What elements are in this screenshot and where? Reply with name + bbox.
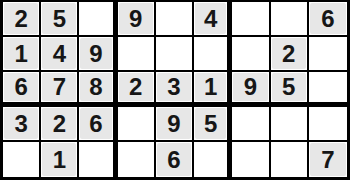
sudoku-cell-given[interactable]: 4 xyxy=(194,2,232,37)
sudoku-cell-empty[interactable] xyxy=(271,107,309,142)
given-number: 7 xyxy=(310,143,346,176)
sudoku-cell-given[interactable]: 2 xyxy=(271,37,309,72)
sudoku-cell-empty[interactable] xyxy=(232,142,270,177)
sudoku-cell-given[interactable]: 1 xyxy=(194,72,232,107)
sudoku-cell-given[interactable]: 5 xyxy=(271,72,309,107)
sudoku-cell-given[interactable]: 9 xyxy=(232,72,270,107)
sudoku-cell-empty[interactable] xyxy=(309,37,347,72)
sudoku-cell-given[interactable]: 1 xyxy=(41,142,79,177)
sudoku-cell-empty[interactable] xyxy=(271,142,309,177)
sudoku-cell-empty[interactable] xyxy=(156,37,194,72)
given-number: 6 xyxy=(80,108,111,139)
sudoku-cell-empty[interactable] xyxy=(232,107,270,142)
sudoku-cell-given[interactable]: 9 xyxy=(156,107,194,142)
sudoku-cell-empty[interactable] xyxy=(232,2,270,37)
given-number: 2 xyxy=(119,73,153,101)
given-number: 3 xyxy=(157,73,191,101)
sudoku-cell-given[interactable]: 2 xyxy=(3,2,41,37)
sudoku-cell-empty[interactable] xyxy=(194,37,232,72)
sudoku-cell-given[interactable]: 6 xyxy=(3,72,41,107)
sudoku-cell-empty[interactable] xyxy=(309,107,347,142)
given-number: 2 xyxy=(42,108,76,139)
sudoku-cell-given[interactable]: 3 xyxy=(156,72,194,107)
sudoku-cell-empty[interactable] xyxy=(79,142,117,177)
sudoku-cell-given[interactable]: 9 xyxy=(79,37,117,72)
given-number: 9 xyxy=(119,3,153,34)
sudoku-cell-empty[interactable] xyxy=(271,2,309,37)
sudoku-cell-given[interactable]: 9 xyxy=(118,2,156,37)
sudoku-cell-empty[interactable] xyxy=(156,2,194,37)
given-number: 9 xyxy=(80,38,111,69)
sudoku-cell-given[interactable]: 2 xyxy=(118,72,156,107)
given-number: 4 xyxy=(195,3,226,34)
given-number: 9 xyxy=(157,108,191,139)
sudoku-cell-given[interactable]: 5 xyxy=(194,107,232,142)
sudoku-cell-empty[interactable] xyxy=(232,37,270,72)
given-number: 5 xyxy=(272,73,306,101)
sudoku-cell-given[interactable]: 1 xyxy=(3,37,41,72)
sudoku-board: 2594614926782319532695167 xyxy=(0,0,350,180)
sudoku-cell-given[interactable]: 3 xyxy=(3,107,41,142)
given-number: 2 xyxy=(272,38,306,69)
sudoku-cell-given[interactable]: 7 xyxy=(41,72,79,107)
given-number: 1 xyxy=(4,38,38,69)
given-number: 6 xyxy=(4,73,38,101)
given-number: 6 xyxy=(310,3,346,34)
given-number: 6 xyxy=(157,143,191,176)
given-number: 7 xyxy=(42,73,76,101)
sudoku-cell-given[interactable]: 2 xyxy=(41,107,79,142)
given-number: 9 xyxy=(233,73,267,101)
sudoku-cell-empty[interactable] xyxy=(118,142,156,177)
sudoku-cell-empty[interactable] xyxy=(118,37,156,72)
sudoku-cell-empty[interactable] xyxy=(118,107,156,142)
given-number: 1 xyxy=(42,143,76,176)
given-number: 3 xyxy=(4,108,38,139)
given-number: 8 xyxy=(80,73,111,101)
sudoku-cell-given[interactable]: 8 xyxy=(79,72,117,107)
sudoku-cell-given[interactable]: 4 xyxy=(41,37,79,72)
sudoku-cell-given[interactable]: 6 xyxy=(79,107,117,142)
sudoku-cell-empty[interactable] xyxy=(3,142,41,177)
sudoku-cell-given[interactable]: 6 xyxy=(156,142,194,177)
given-number: 5 xyxy=(42,3,76,34)
sudoku-cell-empty[interactable] xyxy=(194,142,232,177)
given-number: 2 xyxy=(4,3,38,34)
given-number: 4 xyxy=(42,38,76,69)
given-number: 5 xyxy=(195,108,226,139)
sudoku-cell-empty[interactable] xyxy=(79,2,117,37)
sudoku-cell-given[interactable]: 5 xyxy=(41,2,79,37)
sudoku-cell-given[interactable]: 7 xyxy=(309,142,347,177)
sudoku-cell-given[interactable]: 6 xyxy=(309,2,347,37)
sudoku-cell-empty[interactable] xyxy=(309,72,347,107)
given-number: 1 xyxy=(195,73,226,101)
